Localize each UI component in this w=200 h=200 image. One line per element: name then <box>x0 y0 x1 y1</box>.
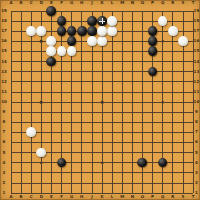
coordinate-label: S <box>181 195 184 199</box>
white-stone[interactable] <box>47 47 57 57</box>
coordinate-label: B <box>20 1 23 5</box>
coordinate-label: T <box>192 195 195 199</box>
white-stone[interactable] <box>168 26 178 36</box>
coordinate-label: 6 <box>3 140 6 144</box>
coordinate-label: Q <box>161 195 164 199</box>
black-stone[interactable] <box>158 158 168 168</box>
coordinate-label: D <box>40 195 43 199</box>
grid-line-vertical <box>81 11 82 193</box>
star-point <box>161 101 164 104</box>
white-stone[interactable] <box>26 26 36 36</box>
coordinate-label: G <box>70 195 73 199</box>
go-app-window: AABBCCDDEEFFGGHHJJKKLLMMNNOOPPQQRRSSTT19… <box>0 0 200 200</box>
coordinate-label: M <box>120 195 124 199</box>
black-stone[interactable] <box>57 16 67 26</box>
black-stone[interactable] <box>148 26 158 36</box>
coordinate-label: A <box>9 1 12 5</box>
coordinate-label: 5 <box>3 151 6 155</box>
coordinate-label: 14 <box>1 60 7 64</box>
star-point <box>161 40 164 43</box>
coordinate-label: 12 <box>1 80 7 84</box>
star-point <box>40 161 43 164</box>
coordinate-label: F <box>60 1 63 5</box>
coordinate-label: C <box>30 195 33 199</box>
grid-line-vertical <box>112 11 113 193</box>
coordinate-label: G <box>70 1 73 5</box>
coordinate-label: J <box>91 1 93 5</box>
black-stone[interactable] <box>67 36 77 46</box>
coordinate-label: R <box>171 1 174 5</box>
coordinate-label: 11 <box>194 90 200 94</box>
black-stone[interactable] <box>138 158 148 168</box>
black-stone[interactable] <box>47 6 57 16</box>
last-move-marker <box>99 18 105 24</box>
coordinate-label: 10 <box>194 100 200 104</box>
grid-line-horizontal <box>11 81 193 82</box>
coordinate-label: 14 <box>194 60 200 64</box>
grid-line-vertical <box>21 11 22 193</box>
coordinate-label: N <box>131 1 134 5</box>
coordinate-label: S <box>181 1 184 5</box>
white-stone[interactable] <box>178 36 188 46</box>
coordinate-label: 18 <box>1 19 7 23</box>
coordinate-label: P <box>151 195 154 199</box>
coordinate-label: 15 <box>1 49 7 53</box>
coordinate-label: E <box>50 1 53 5</box>
coordinate-label: 16 <box>194 39 200 43</box>
grid-line-vertical <box>122 11 123 193</box>
grid-line-horizontal <box>11 112 193 113</box>
black-stone[interactable] <box>87 16 97 26</box>
white-stone[interactable] <box>47 36 57 46</box>
coordinate-label: 12 <box>194 80 200 84</box>
grid-line-horizontal <box>11 122 193 123</box>
coordinate-label: 9 <box>195 110 198 114</box>
grid-line-horizontal <box>11 142 193 143</box>
coordinate-label: 13 <box>1 70 7 74</box>
coordinate-label: Q <box>161 1 164 5</box>
coordinate-label: 2 <box>3 181 6 185</box>
grid-line-vertical <box>31 11 32 193</box>
coordinate-label: B <box>20 195 23 199</box>
black-stone[interactable] <box>148 36 158 46</box>
coordinate-label: 6 <box>195 140 198 144</box>
black-stone[interactable] <box>148 47 158 57</box>
black-stone[interactable] <box>47 57 57 67</box>
coordinate-label: O <box>141 1 144 5</box>
white-stone[interactable] <box>97 26 107 36</box>
coordinate-label: 13 <box>194 70 200 74</box>
grid-line-horizontal <box>11 11 193 12</box>
coordinate-label: 3 <box>195 171 198 175</box>
coordinate-label: J <box>91 195 93 199</box>
star-point <box>101 161 104 164</box>
grid-line-horizontal <box>11 172 193 173</box>
black-stone[interactable] <box>57 26 67 36</box>
coordinate-label: D <box>40 1 43 5</box>
star-point <box>40 101 43 104</box>
white-stone[interactable] <box>36 26 46 36</box>
black-stone[interactable] <box>57 158 67 168</box>
coordinate-label: 1 <box>195 191 198 195</box>
grid-line-horizontal <box>11 132 193 133</box>
black-stone[interactable] <box>77 26 87 36</box>
grid-line-horizontal <box>11 51 193 52</box>
black-stone[interactable] <box>148 67 158 77</box>
coordinate-label: L <box>111 1 114 5</box>
grid-line-horizontal <box>11 61 193 62</box>
star-point <box>101 101 104 104</box>
coordinate-label: 18 <box>194 19 200 23</box>
go-board[interactable]: AABBCCDDEEFFGGHHJJKKLLMMNNOOPPQQRRSSTT19… <box>0 0 200 200</box>
coordinate-label: N <box>131 195 134 199</box>
coordinate-label: A <box>9 195 12 199</box>
coordinate-label: O <box>141 195 144 199</box>
white-stone[interactable] <box>26 127 36 137</box>
coordinate-label: 17 <box>1 29 7 33</box>
coordinate-label: 8 <box>195 120 198 124</box>
coordinate-label: 19 <box>194 9 200 13</box>
white-stone[interactable] <box>107 26 117 36</box>
coordinate-label: 19 <box>1 9 7 13</box>
grid-line-horizontal <box>11 92 193 93</box>
grid-line-vertical <box>172 11 173 193</box>
coordinate-label: P <box>151 1 154 5</box>
coordinate-label: C <box>30 1 33 5</box>
coordinate-label: T <box>192 1 195 5</box>
black-stone[interactable] <box>67 26 77 36</box>
grid-line-horizontal <box>11 183 193 184</box>
coordinate-label: K <box>100 195 103 199</box>
coordinate-label: K <box>100 1 103 5</box>
coordinate-label: 8 <box>3 120 6 124</box>
grid-line-vertical <box>132 11 133 193</box>
white-stone[interactable] <box>97 36 107 46</box>
coordinate-label: 7 <box>3 130 6 134</box>
white-stone[interactable] <box>67 47 77 57</box>
white-stone[interactable] <box>36 148 46 158</box>
white-stone[interactable] <box>57 47 67 57</box>
coordinate-label: 16 <box>1 39 7 43</box>
coordinate-label: 4 <box>195 161 198 165</box>
coordinate-label: 5 <box>195 151 198 155</box>
coordinate-label: 11 <box>1 90 7 94</box>
coordinate-label: R <box>171 195 174 199</box>
coordinate-label: 15 <box>194 49 200 53</box>
coordinate-label: 3 <box>3 171 6 175</box>
white-stone[interactable] <box>158 16 168 26</box>
coordinate-label: 4 <box>3 161 6 165</box>
coordinate-label: 10 <box>1 100 7 104</box>
coordinate-label: M <box>120 1 124 5</box>
coordinate-label: E <box>50 195 53 199</box>
coordinate-label: 9 <box>3 110 6 114</box>
coordinate-label: F <box>60 195 63 199</box>
white-stone[interactable] <box>107 16 117 26</box>
star-point <box>40 40 43 43</box>
coordinate-label: 17 <box>194 29 200 33</box>
coordinate-label: 1 <box>3 191 6 195</box>
white-stone[interactable] <box>87 36 97 46</box>
coordinate-label: H <box>80 195 83 199</box>
grid-line-vertical <box>11 11 12 193</box>
coordinate-label: H <box>80 1 83 5</box>
grid-line-horizontal <box>11 71 193 72</box>
coordinate-label: 7 <box>195 130 198 134</box>
coordinate-label: 2 <box>195 181 198 185</box>
black-stone[interactable] <box>87 26 97 36</box>
coordinate-label: L <box>111 195 114 199</box>
